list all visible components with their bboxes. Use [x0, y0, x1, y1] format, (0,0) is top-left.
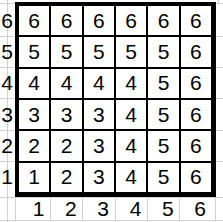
- cell-r1c4[interactable]: 4: [116, 163, 146, 192]
- cell-r6c5[interactable]: 6: [148, 6, 178, 35]
- cell-r2c3[interactable]: 3: [84, 131, 114, 160]
- cell-r5c4[interactable]: 5: [116, 37, 146, 66]
- row-label-4: 4: [0, 69, 14, 98]
- row-label-5: 5: [0, 37, 14, 66]
- cell-r1c1[interactable]: 1: [19, 163, 49, 192]
- cell-r3c6[interactable]: 6: [181, 100, 211, 129]
- cell-r2c5[interactable]: 5: [148, 131, 178, 160]
- cell-r2c2[interactable]: 2: [51, 131, 81, 160]
- cell-r4c5[interactable]: 5: [148, 69, 178, 98]
- col-label-3: 3: [84, 197, 114, 221]
- cell-r4c6[interactable]: 6: [181, 69, 211, 98]
- col-label-1: 1: [19, 197, 49, 221]
- board-grid: 666666555556444456333456223456123456: [15, 2, 216, 197]
- row-labels: 654321: [0, 2, 14, 197]
- cell-r5c2[interactable]: 5: [51, 37, 81, 66]
- cell-r6c2[interactable]: 6: [51, 6, 81, 35]
- cell-r1c6[interactable]: 6: [181, 163, 211, 192]
- cell-r1c2[interactable]: 2: [51, 163, 81, 192]
- cell-r2c1[interactable]: 2: [19, 131, 49, 160]
- cell-r3c1[interactable]: 3: [19, 100, 49, 129]
- cell-r4c2[interactable]: 4: [51, 69, 81, 98]
- col-label-4: 4: [116, 197, 146, 221]
- row-label-1: 1: [0, 163, 14, 192]
- cell-r5c5[interactable]: 5: [148, 37, 178, 66]
- cell-r4c1[interactable]: 4: [19, 69, 49, 98]
- row-label-3: 3: [0, 100, 14, 129]
- cell-r1c5[interactable]: 5: [148, 163, 178, 192]
- cell-r2c4[interactable]: 4: [116, 131, 146, 160]
- cell-r1c3[interactable]: 3: [84, 163, 114, 192]
- cell-r6c4[interactable]: 6: [116, 6, 146, 35]
- cell-r5c3[interactable]: 5: [84, 37, 114, 66]
- cell-r5c6[interactable]: 6: [181, 37, 211, 66]
- cell-r3c4[interactable]: 4: [116, 100, 146, 129]
- row-label-2: 2: [0, 131, 14, 160]
- col-label-2: 2: [51, 197, 81, 221]
- cell-r6c3[interactable]: 6: [84, 6, 114, 35]
- cell-r2c6[interactable]: 6: [181, 131, 211, 160]
- cell-r6c6[interactable]: 6: [181, 6, 211, 35]
- col-label-5: 5: [148, 197, 178, 221]
- cell-r3c2[interactable]: 3: [51, 100, 81, 129]
- cell-r6c1[interactable]: 6: [19, 6, 49, 35]
- cell-r3c3[interactable]: 3: [84, 100, 114, 129]
- col-label-6: 6: [181, 197, 211, 221]
- cell-r4c4[interactable]: 4: [116, 69, 146, 98]
- cell-r4c3[interactable]: 4: [84, 69, 114, 98]
- cell-r3c5[interactable]: 5: [148, 100, 178, 129]
- cell-r5c1[interactable]: 5: [19, 37, 49, 66]
- column-labels: 123456: [15, 197, 216, 221]
- spreadsheet-sheet: 654321 666666555556444456333456223456123…: [0, 0, 223, 222]
- row-label-6: 6: [0, 6, 14, 35]
